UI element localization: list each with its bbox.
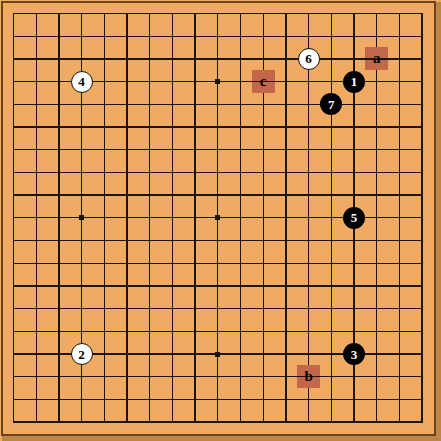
grid-line-v-19 [421,13,422,423]
black-stone-5: 5 [343,207,365,229]
grid-line-h-17 [13,376,423,377]
black-stone-3: 3 [343,343,365,365]
grid-line-h-15 [13,331,423,332]
star-point [215,79,220,84]
grid-line-v-14 [308,13,309,423]
black-stone-7: 7 [320,93,342,115]
marker-letter: b [304,369,312,384]
white-stone-4: 4 [71,71,93,93]
white-stone-2: 2 [71,343,93,365]
white-stone-6: 6 [298,48,320,70]
grid-line-v-13 [285,13,286,423]
grid-line-h-12 [13,263,423,264]
star-point [215,215,220,220]
board-grid: abc1234567 [0,0,441,441]
grid-line-v-11 [240,13,241,423]
grid-line-h-14 [13,308,423,309]
marker-letter: a [373,51,381,66]
grid-line-h-18 [13,399,423,400]
grid-line-v-15 [331,13,332,423]
label-marker-b: b [297,365,320,388]
grid-line-v-17 [376,13,377,423]
grid-line-v-18 [399,13,400,423]
go-board: abc1234567 [0,0,441,441]
grid-line-h-11 [13,240,423,241]
marker-letter: c [260,74,267,89]
grid-line-h-19 [13,421,423,422]
star-point [79,215,84,220]
label-marker-a: a [365,47,388,70]
grid-line-h-13 [13,285,423,286]
label-marker-c: c [252,70,275,93]
black-stone-1: 1 [343,71,365,93]
star-point [215,352,220,357]
